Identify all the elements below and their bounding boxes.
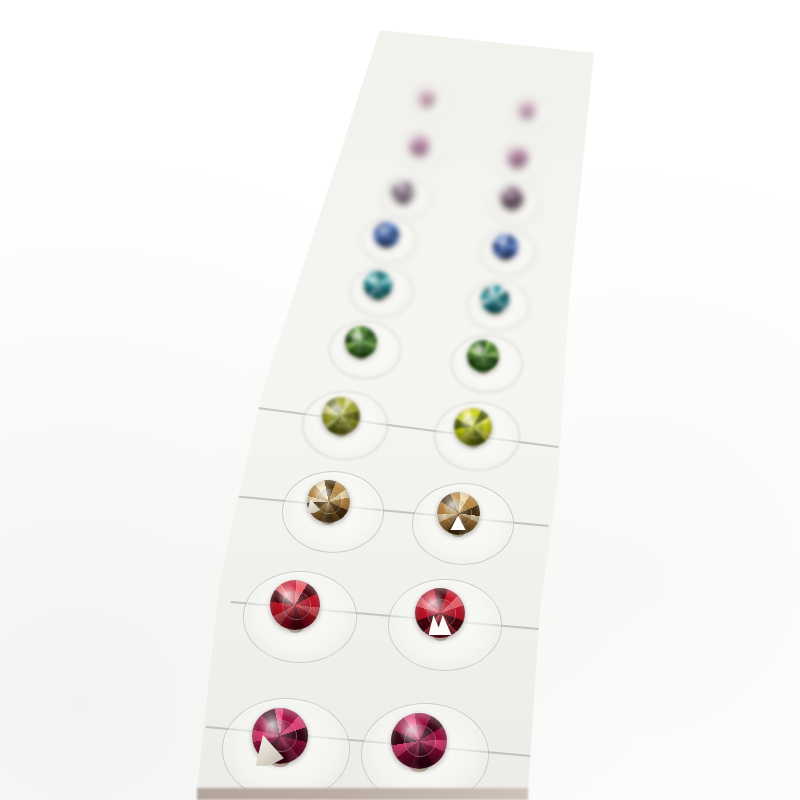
gem-rose-pink-left (419, 90, 435, 106)
gem-light-siam-red-left (270, 580, 320, 630)
gem-sapphire-blue-left (374, 222, 399, 247)
gem-rose-pink-right (519, 102, 535, 118)
gem-peridot-yellow-green-left (322, 397, 360, 435)
gem-blue-zircon-teal-left (364, 271, 392, 299)
gem-fuchsia-left (410, 136, 429, 155)
top-focus-haze (0, 0, 800, 800)
gem-blue-zircon-teal-right (481, 285, 509, 313)
gem-peridot-yellow-green-right (454, 408, 492, 446)
gem-amethyst-bicolor-right (501, 187, 523, 209)
gem-fuchsia-right (508, 148, 527, 167)
card-bottom-edge-shadow (197, 788, 528, 800)
gem-siam-ruby-right (391, 713, 447, 769)
gem-champagne-topaz-left (307, 480, 350, 523)
earring-card-strip (0, 0, 800, 800)
gem-emerald-green-left (345, 326, 377, 358)
gem-emerald-green-right (467, 340, 499, 372)
photo (0, 0, 800, 800)
gem-amethyst-bicolor-left (392, 181, 414, 203)
gem-sapphire-blue-right (493, 234, 518, 259)
